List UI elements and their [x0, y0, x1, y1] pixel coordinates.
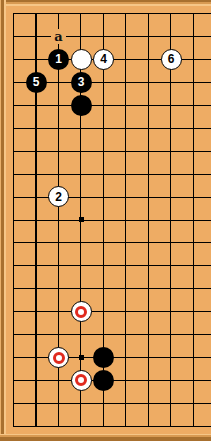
circle-mark-icon	[53, 352, 65, 364]
stone-white-marked[interactable]	[71, 370, 92, 391]
board-frame-bottom	[0, 434, 211, 441]
stone-black[interactable]	[71, 95, 92, 116]
board-frame-top	[0, 0, 211, 6]
point-label-a[interactable]: a	[51, 29, 66, 44]
stone-white[interactable]: 4	[93, 49, 114, 70]
star-point	[79, 355, 84, 360]
go-board-grid: a146532	[2, 2, 211, 439]
stone-number: 3	[78, 76, 85, 88]
stone-number: 6	[168, 53, 175, 65]
board-frame-left	[0, 0, 6, 441]
stone-white[interactable]	[71, 49, 92, 70]
circle-mark-icon	[75, 374, 87, 386]
stone-number: 1	[55, 53, 62, 65]
stone-white[interactable]: 6	[161, 49, 182, 70]
stone-number: 4	[100, 53, 107, 65]
stone-black[interactable]: 5	[26, 72, 47, 93]
stone-number: 5	[33, 76, 40, 88]
circle-mark-icon	[75, 306, 87, 318]
stone-black[interactable]	[93, 370, 114, 391]
stone-black[interactable]: 1	[48, 49, 69, 70]
stone-white[interactable]: 2	[48, 186, 69, 207]
stone-black[interactable]	[93, 347, 114, 368]
go-diagram: a146532	[0, 0, 211, 441]
stone-number: 2	[55, 191, 62, 203]
stone-white-marked[interactable]	[48, 347, 69, 368]
stone-white-marked[interactable]	[71, 301, 92, 322]
stone-black[interactable]: 3	[71, 72, 92, 93]
star-point	[79, 217, 84, 222]
